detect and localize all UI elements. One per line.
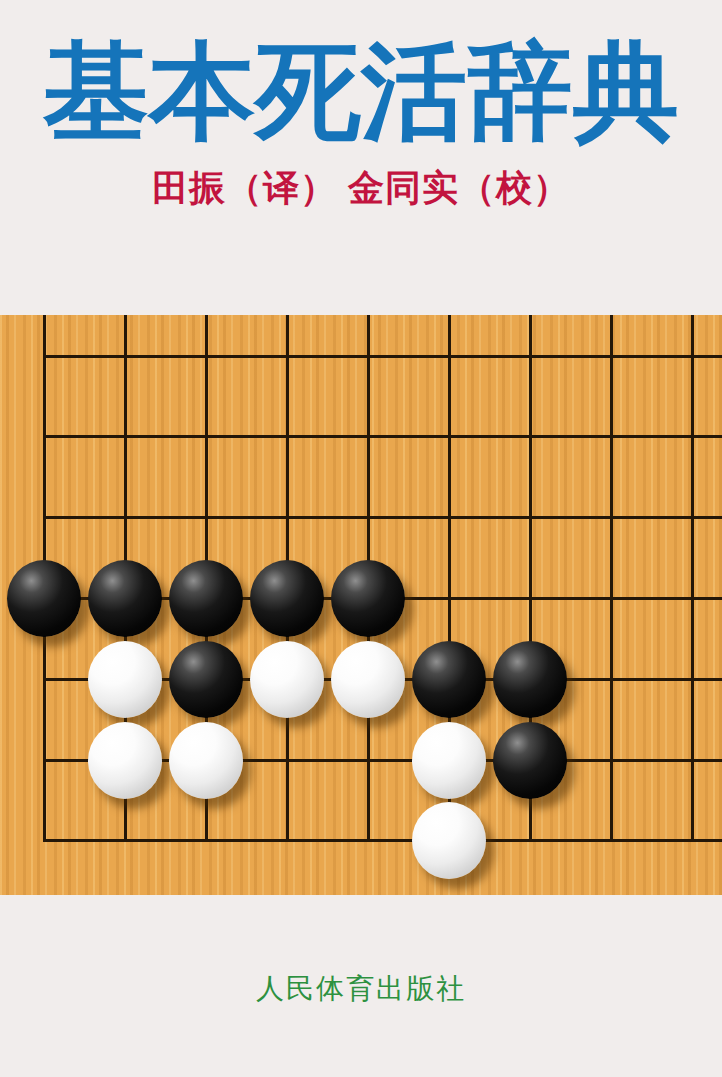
black-stone <box>169 560 243 637</box>
white-stone <box>169 722 243 799</box>
grid-line-horizontal <box>43 435 722 438</box>
book-title: 基本死活辞典 <box>0 34 722 148</box>
grid-line-horizontal <box>43 355 722 358</box>
black-stone <box>7 560 81 637</box>
publisher-name: 人民体育出版社 <box>0 972 722 1006</box>
grid-line-horizontal <box>43 516 722 519</box>
black-stone <box>493 722 567 799</box>
black-stone <box>331 560 405 637</box>
black-stone <box>169 641 243 718</box>
black-stone <box>493 641 567 718</box>
grid-line-vertical <box>610 315 613 842</box>
grid-line-vertical <box>691 315 694 842</box>
go-board <box>0 315 722 895</box>
book-subtitle-credits: 田振（译） 金同实（校） <box>0 166 722 209</box>
white-stone <box>88 722 162 799</box>
book-cover: 基本死活辞典 田振（译） 金同实（校） 人民体育出版社 <box>0 0 722 1077</box>
black-stone <box>412 641 486 718</box>
white-stone <box>88 641 162 718</box>
white-stone <box>412 722 486 799</box>
black-stone <box>88 560 162 637</box>
white-stone <box>412 802 486 879</box>
white-stone <box>250 641 324 718</box>
grid-line-horizontal <box>43 839 722 842</box>
white-stone <box>331 641 405 718</box>
black-stone <box>250 560 324 637</box>
